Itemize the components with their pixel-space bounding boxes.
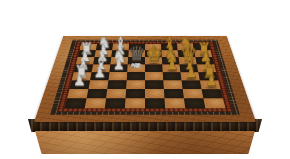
square-h1 <box>203 98 225 108</box>
square-g3 <box>182 80 202 89</box>
square-d4 <box>127 72 145 80</box>
square-e6: ♚ <box>145 57 162 64</box>
square-f3 <box>163 80 182 89</box>
square-e4 <box>145 72 163 80</box>
piece-gold-king-e6: ♚ <box>145 44 163 64</box>
square-e3 <box>145 80 164 89</box>
square-d5: ♚ <box>127 64 145 72</box>
square-f4 <box>163 72 182 80</box>
square-g4: ♟ <box>181 72 200 80</box>
piece-silver-pawn-a3: ♟ <box>73 74 86 88</box>
square-f5: ♟ <box>162 64 180 72</box>
piece-gold-pawn-h3: ♟ <box>205 74 218 88</box>
square-e2 <box>145 89 164 98</box>
square-c1 <box>105 98 126 108</box>
square-d3 <box>126 80 145 89</box>
piece-gold-pawn-g4: ♟ <box>184 66 196 80</box>
square-c2 <box>106 89 126 98</box>
square-a2 <box>67 89 88 98</box>
square-e5 <box>145 64 163 72</box>
square-g1 <box>184 98 205 108</box>
sawtooth-trim: ♞♝♝♞♜♟♟♟♟♟♜♟♟♞♛♚♞♛♟♟♝♟♚♟♝♟♜♟♟♜♟♟ <box>50 40 240 115</box>
chess-set-photo: ♞♝♝♞♜♟♟♟♟♟♜♟♟♞♛♚♞♛♟♟♝♟♚♟♝♟♜♟♟♜♟♟ <box>0 0 290 159</box>
piece-silver-pawn-c5: ♟ <box>112 58 124 72</box>
box-front-panel <box>35 131 255 154</box>
square-a3: ♟ <box>69 80 90 89</box>
square-b1 <box>85 98 106 108</box>
square-e1 <box>145 98 165 108</box>
square-d2 <box>126 89 145 98</box>
square-c4 <box>108 72 127 80</box>
square-h3: ♟ <box>200 80 221 89</box>
piece-silver-queen-d6: ♛ <box>128 44 146 64</box>
square-a1 <box>65 98 87 108</box>
square-b4: ♟ <box>90 72 109 80</box>
square-f1 <box>164 98 185 108</box>
square-f2 <box>164 89 184 98</box>
square-b2 <box>87 89 108 98</box>
square-g2 <box>183 89 204 98</box>
square-c5: ♟ <box>109 64 127 72</box>
piece-silver-pawn-b4: ♟ <box>93 66 105 80</box>
board-grid: ♞♝♝♞♜♟♟♟♟♟♜♟♟♞♛♚♞♛♟♟♝♟♚♟♝♟♜♟♟♜♟♟ <box>65 44 226 109</box>
square-d6: ♛ <box>128 57 145 64</box>
square-c3 <box>107 80 126 89</box>
square-h2 <box>202 89 223 98</box>
leather-border-frame: ♞♝♝♞♜♟♟♟♟♟♜♟♟♞♛♚♞♛♟♟♝♟♚♟♝♟♜♟♟♜♟♟ <box>34 36 256 122</box>
square-b3 <box>88 80 108 89</box>
decorative-inner-band: ♞♝♝♞♜♟♟♟♟♟♜♟♟♞♛♚♞♛♟♟♝♟♚♟♝♟♜♟♟♜♟♟ <box>57 41 233 111</box>
piece-gold-pawn-f5: ♟ <box>166 58 178 72</box>
board-assembly: ♞♝♝♞♜♟♟♟♟♟♜♟♟♞♛♚♞♛♟♟♝♟♚♟♝♟♜♟♟♜♟♟ <box>34 0 256 122</box>
square-d1 <box>125 98 145 108</box>
